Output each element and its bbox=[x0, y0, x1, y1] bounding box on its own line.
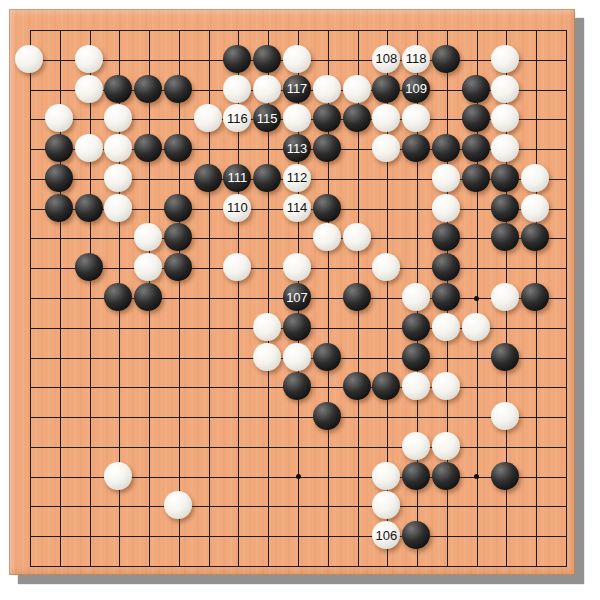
black-stone bbox=[432, 283, 460, 311]
white-stone bbox=[134, 253, 162, 281]
white-stone bbox=[491, 45, 519, 73]
white-stone bbox=[491, 75, 519, 103]
white-stone bbox=[521, 194, 549, 222]
black-stone-move-113: 113 bbox=[283, 134, 311, 162]
white-stone bbox=[343, 75, 371, 103]
white-stone bbox=[491, 104, 519, 132]
grid-line-horizontal bbox=[30, 447, 567, 448]
black-stone bbox=[253, 45, 281, 73]
black-stone bbox=[253, 164, 281, 192]
grid-line-horizontal bbox=[30, 536, 567, 537]
black-stone bbox=[491, 462, 519, 490]
black-stone bbox=[194, 164, 222, 192]
black-stone bbox=[491, 194, 519, 222]
black-stone bbox=[402, 343, 430, 371]
grid-line-horizontal bbox=[30, 566, 567, 567]
move-number-label: 115 bbox=[257, 112, 278, 125]
grid-line-horizontal bbox=[30, 417, 567, 418]
white-stone bbox=[462, 313, 490, 341]
white-stone bbox=[402, 372, 430, 400]
white-stone bbox=[134, 223, 162, 251]
black-stone bbox=[45, 164, 73, 192]
white-stone bbox=[313, 223, 341, 251]
white-stone bbox=[372, 134, 400, 162]
white-stone bbox=[491, 283, 519, 311]
black-stone bbox=[491, 343, 519, 371]
black-stone-move-115: 115 bbox=[253, 104, 281, 132]
black-stone bbox=[283, 372, 311, 400]
black-stone-move-109: 109 bbox=[402, 75, 430, 103]
black-stone bbox=[104, 75, 132, 103]
white-stone bbox=[283, 104, 311, 132]
white-stone-move-108: 108 bbox=[372, 45, 400, 73]
white-stone bbox=[253, 313, 281, 341]
black-stone bbox=[462, 134, 490, 162]
white-stone bbox=[104, 194, 132, 222]
black-stone bbox=[134, 134, 162, 162]
move-number-label: 112 bbox=[287, 171, 308, 184]
black-stone bbox=[164, 75, 192, 103]
white-stone bbox=[491, 134, 519, 162]
black-stone bbox=[313, 104, 341, 132]
white-stone bbox=[521, 164, 549, 192]
white-stone bbox=[15, 45, 43, 73]
white-stone-move-112: 112 bbox=[283, 164, 311, 192]
black-stone bbox=[134, 283, 162, 311]
black-stone bbox=[432, 253, 460, 281]
black-stone bbox=[372, 75, 400, 103]
black-stone bbox=[343, 283, 371, 311]
star-point bbox=[296, 474, 301, 479]
black-stone bbox=[134, 75, 162, 103]
move-number-label: 108 bbox=[375, 52, 397, 65]
black-stone bbox=[75, 194, 103, 222]
white-stone bbox=[313, 75, 341, 103]
white-stone-move-106: 106 bbox=[372, 521, 400, 549]
page: 108118117109116115113111112110114107106 bbox=[0, 0, 600, 600]
black-stone bbox=[432, 223, 460, 251]
black-stone bbox=[313, 402, 341, 430]
black-stone bbox=[45, 134, 73, 162]
white-stone bbox=[402, 432, 430, 460]
white-stone bbox=[253, 75, 281, 103]
black-stone bbox=[462, 75, 490, 103]
black-stone bbox=[402, 313, 430, 341]
black-stone bbox=[343, 104, 371, 132]
black-stone bbox=[313, 343, 341, 371]
black-stone bbox=[104, 283, 132, 311]
move-number-label: 106 bbox=[375, 529, 397, 542]
move-number-label: 109 bbox=[405, 82, 427, 95]
move-number-label: 114 bbox=[287, 201, 308, 214]
white-stone bbox=[223, 253, 251, 281]
grid-line-vertical bbox=[566, 30, 567, 567]
move-number-label: 117 bbox=[287, 82, 308, 95]
black-stone bbox=[432, 45, 460, 73]
white-stone bbox=[283, 343, 311, 371]
move-number-label: 107 bbox=[286, 291, 308, 304]
black-stone bbox=[402, 462, 430, 490]
black-stone bbox=[402, 134, 430, 162]
white-stone bbox=[402, 283, 430, 311]
white-stone bbox=[164, 491, 192, 519]
white-stone bbox=[372, 253, 400, 281]
white-stone-move-110: 110 bbox=[223, 194, 251, 222]
move-number-label: 113 bbox=[287, 142, 308, 155]
black-stone bbox=[164, 134, 192, 162]
black-stone bbox=[223, 45, 251, 73]
black-stone bbox=[521, 223, 549, 251]
black-stone-move-117: 117 bbox=[283, 75, 311, 103]
white-stone-move-114: 114 bbox=[283, 194, 311, 222]
white-stone bbox=[372, 491, 400, 519]
black-stone bbox=[283, 313, 311, 341]
white-stone bbox=[194, 104, 222, 132]
white-stone bbox=[253, 343, 281, 371]
white-stone-move-116: 116 bbox=[223, 104, 251, 132]
move-number-label: 110 bbox=[227, 201, 248, 214]
grid-line-horizontal bbox=[30, 506, 567, 507]
white-stone bbox=[104, 164, 132, 192]
white-stone bbox=[491, 402, 519, 430]
black-stone bbox=[313, 194, 341, 222]
white-stone bbox=[104, 104, 132, 132]
white-stone bbox=[432, 164, 460, 192]
black-stone bbox=[45, 194, 73, 222]
white-stone bbox=[75, 75, 103, 103]
white-stone-move-118: 118 bbox=[402, 45, 430, 73]
black-stone bbox=[402, 521, 430, 549]
white-stone bbox=[75, 134, 103, 162]
white-stone bbox=[75, 45, 103, 73]
white-stone bbox=[402, 104, 430, 132]
black-stone bbox=[462, 164, 490, 192]
black-stone bbox=[164, 253, 192, 281]
black-stone bbox=[164, 194, 192, 222]
black-stone bbox=[432, 462, 460, 490]
white-stone bbox=[432, 372, 460, 400]
black-stone bbox=[491, 164, 519, 192]
white-stone bbox=[372, 104, 400, 132]
move-number-label: 116 bbox=[227, 112, 248, 125]
move-number-label: 111 bbox=[228, 171, 248, 184]
black-stone bbox=[491, 223, 519, 251]
black-stone bbox=[164, 223, 192, 251]
black-stone-move-111: 111 bbox=[223, 164, 251, 192]
white-stone bbox=[432, 313, 460, 341]
black-stone bbox=[75, 253, 103, 281]
white-stone bbox=[343, 223, 371, 251]
black-stone-move-107: 107 bbox=[283, 283, 311, 311]
white-stone bbox=[45, 104, 73, 132]
white-stone bbox=[104, 462, 132, 490]
star-point bbox=[474, 296, 479, 301]
black-stone bbox=[313, 134, 341, 162]
white-stone bbox=[223, 75, 251, 103]
white-stone bbox=[283, 45, 311, 73]
black-stone bbox=[343, 372, 371, 400]
black-stone bbox=[372, 372, 400, 400]
black-stone bbox=[521, 283, 549, 311]
white-stone bbox=[104, 134, 132, 162]
black-stone bbox=[462, 104, 490, 132]
star-point bbox=[474, 474, 479, 479]
white-stone bbox=[432, 432, 460, 460]
white-stone bbox=[283, 253, 311, 281]
move-number-label: 118 bbox=[406, 52, 427, 65]
white-stone bbox=[432, 194, 460, 222]
white-stone bbox=[372, 462, 400, 490]
black-stone bbox=[432, 134, 460, 162]
go-board[interactable]: 108118117109116115113111112110114107106 bbox=[9, 9, 575, 575]
